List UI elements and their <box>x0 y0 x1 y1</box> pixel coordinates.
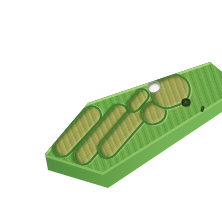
game-tray-board <box>0 0 222 222</box>
small-hole <box>181 98 191 107</box>
photo-canvas <box>0 0 222 222</box>
